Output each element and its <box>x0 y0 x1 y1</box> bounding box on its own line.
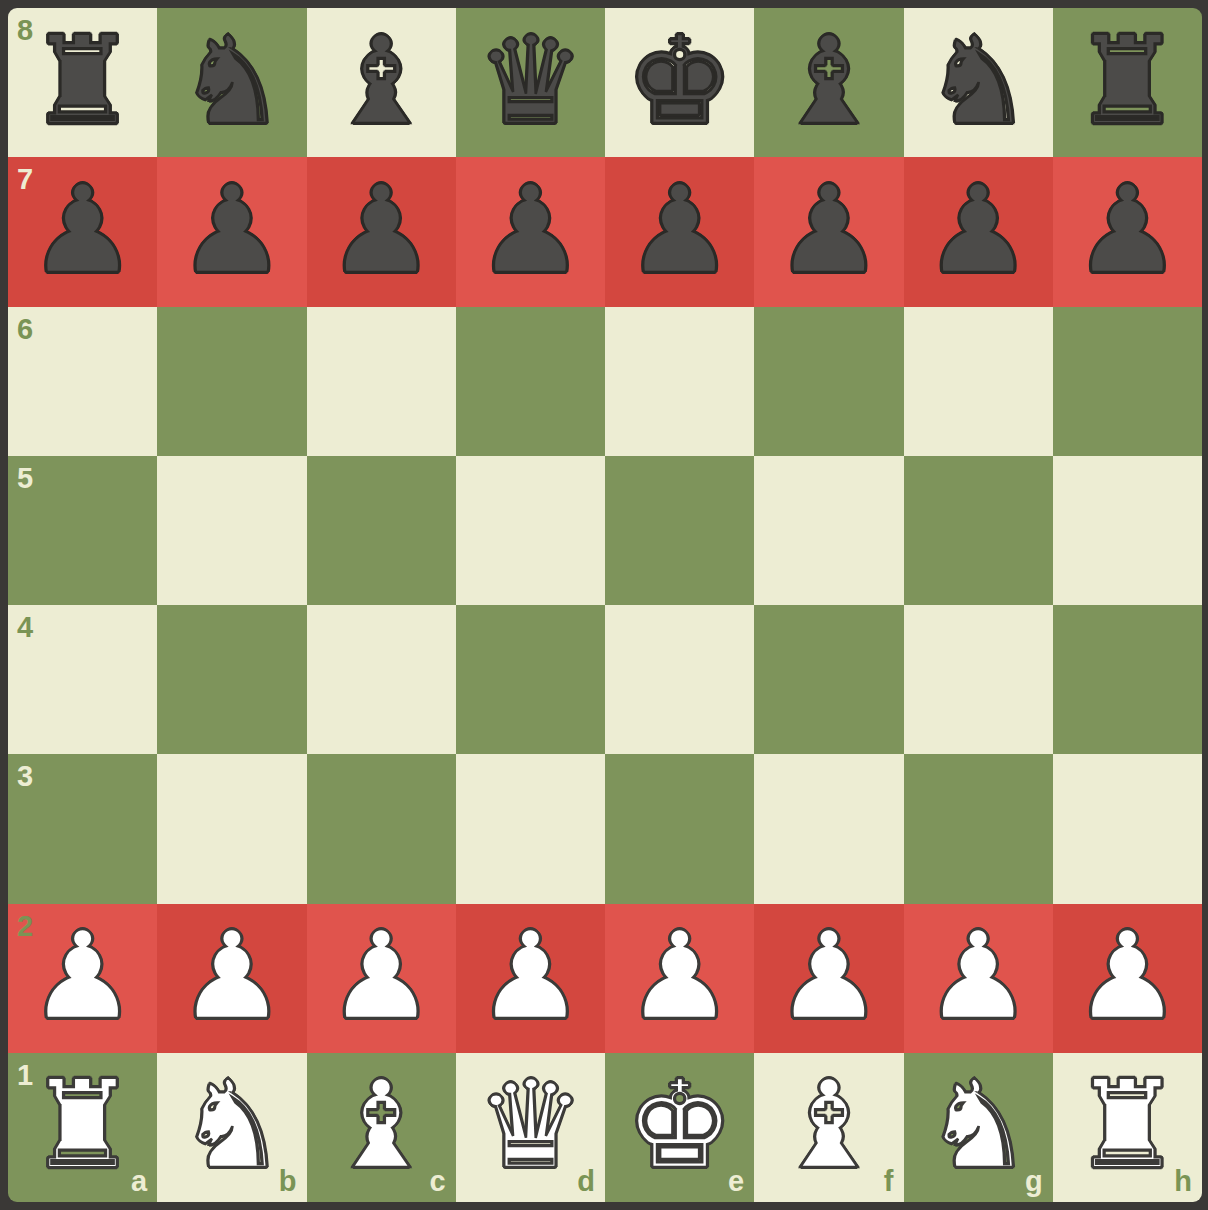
square-b2[interactable]: ♟ <box>157 904 306 1053</box>
piece-black-bishop[interactable]: ♝ <box>774 20 883 142</box>
piece-black-bishop[interactable]: ♝ <box>326 20 435 142</box>
piece-white-pawn[interactable]: ♟ <box>177 915 286 1037</box>
piece-white-queen[interactable]: ♛ <box>476 1064 585 1186</box>
square-c3[interactable] <box>307 754 456 903</box>
square-h1[interactable]: h♜ <box>1053 1053 1202 1202</box>
piece-black-knight[interactable]: ♞ <box>177 20 286 142</box>
square-a7[interactable]: 7♟ <box>8 157 157 306</box>
piece-white-rook[interactable]: ♜ <box>28 1064 137 1186</box>
square-g1[interactable]: g♞ <box>904 1053 1053 1202</box>
square-f7[interactable]: ♟ <box>754 157 903 306</box>
square-a2[interactable]: 2♟ <box>8 904 157 1053</box>
square-d2[interactable]: ♟ <box>456 904 605 1053</box>
rank-label-4: 4 <box>17 613 33 642</box>
piece-white-king[interactable]: ♚ <box>625 1064 734 1186</box>
square-e8[interactable]: ♚ <box>605 8 754 157</box>
square-h2[interactable]: ♟ <box>1053 904 1202 1053</box>
piece-white-pawn[interactable]: ♟ <box>774 915 883 1037</box>
square-d6[interactable] <box>456 307 605 456</box>
piece-white-pawn[interactable]: ♟ <box>625 915 734 1037</box>
square-f8[interactable]: ♝ <box>754 8 903 157</box>
square-a1[interactable]: 1a♜ <box>8 1053 157 1202</box>
rank-label-5: 5 <box>17 464 33 493</box>
square-c7[interactable]: ♟ <box>307 157 456 306</box>
piece-black-pawn[interactable]: ♟ <box>1073 169 1182 291</box>
square-g7[interactable]: ♟ <box>904 157 1053 306</box>
square-e2[interactable]: ♟ <box>605 904 754 1053</box>
piece-white-pawn[interactable]: ♟ <box>476 915 585 1037</box>
square-c5[interactable] <box>307 456 456 605</box>
square-f2[interactable]: ♟ <box>754 904 903 1053</box>
rank-label-6: 6 <box>17 315 33 344</box>
piece-white-pawn[interactable]: ♟ <box>923 915 1032 1037</box>
piece-black-pawn[interactable]: ♟ <box>326 169 435 291</box>
piece-black-pawn[interactable]: ♟ <box>625 169 734 291</box>
square-g4[interactable] <box>904 605 1053 754</box>
square-e5[interactable] <box>605 456 754 605</box>
piece-white-rook[interactable]: ♜ <box>1073 1064 1182 1186</box>
square-d4[interactable] <box>456 605 605 754</box>
square-e6[interactable] <box>605 307 754 456</box>
square-c2[interactable]: ♟ <box>307 904 456 1053</box>
square-g5[interactable] <box>904 456 1053 605</box>
square-d1[interactable]: d♛ <box>456 1053 605 1202</box>
square-f3[interactable] <box>754 754 903 903</box>
square-h5[interactable] <box>1053 456 1202 605</box>
square-c8[interactable]: ♝ <box>307 8 456 157</box>
square-b3[interactable] <box>157 754 306 903</box>
piece-white-bishop[interactable]: ♝ <box>326 1064 435 1186</box>
square-h3[interactable] <box>1053 754 1202 903</box>
square-h8[interactable]: ♜ <box>1053 8 1202 157</box>
piece-white-knight[interactable]: ♞ <box>923 1064 1032 1186</box>
piece-black-rook[interactable]: ♜ <box>28 20 137 142</box>
piece-white-pawn[interactable]: ♟ <box>28 915 137 1037</box>
square-e1[interactable]: e♚ <box>605 1053 754 1202</box>
square-b1[interactable]: b♞ <box>157 1053 306 1202</box>
board-frame: 8♜♞♝♛♚♝♞♜7♟♟♟♟♟♟♟♟65432♟♟♟♟♟♟♟♟1a♜b♞c♝d♛… <box>0 0 1208 1210</box>
file-label-f: f <box>884 1167 894 1196</box>
square-g8[interactable]: ♞ <box>904 8 1053 157</box>
square-f6[interactable] <box>754 307 903 456</box>
square-h4[interactable] <box>1053 605 1202 754</box>
square-c6[interactable] <box>307 307 456 456</box>
square-b4[interactable] <box>157 605 306 754</box>
square-g2[interactable]: ♟ <box>904 904 1053 1053</box>
piece-white-pawn[interactable]: ♟ <box>326 915 435 1037</box>
square-e7[interactable]: ♟ <box>605 157 754 306</box>
square-a3[interactable]: 3 <box>8 754 157 903</box>
piece-black-pawn[interactable]: ♟ <box>28 169 137 291</box>
piece-white-pawn[interactable]: ♟ <box>1073 915 1182 1037</box>
square-f5[interactable] <box>754 456 903 605</box>
rank-label-3: 3 <box>17 762 33 791</box>
square-a8[interactable]: 8♜ <box>8 8 157 157</box>
piece-black-pawn[interactable]: ♟ <box>923 169 1032 291</box>
square-b6[interactable] <box>157 307 306 456</box>
piece-black-pawn[interactable]: ♟ <box>476 169 585 291</box>
piece-black-knight[interactable]: ♞ <box>923 20 1032 142</box>
square-b8[interactable]: ♞ <box>157 8 306 157</box>
piece-black-rook[interactable]: ♜ <box>1073 20 1182 142</box>
square-a4[interactable]: 4 <box>8 605 157 754</box>
square-a6[interactable]: 6 <box>8 307 157 456</box>
piece-black-pawn[interactable]: ♟ <box>774 169 883 291</box>
piece-white-knight[interactable]: ♞ <box>177 1064 286 1186</box>
square-h6[interactable] <box>1053 307 1202 456</box>
square-e3[interactable] <box>605 754 754 903</box>
piece-black-pawn[interactable]: ♟ <box>177 169 286 291</box>
piece-black-king[interactable]: ♚ <box>625 20 734 142</box>
square-c1[interactable]: c♝ <box>307 1053 456 1202</box>
square-g3[interactable] <box>904 754 1053 903</box>
square-a5[interactable]: 5 <box>8 456 157 605</box>
square-c4[interactable] <box>307 605 456 754</box>
square-d3[interactable] <box>456 754 605 903</box>
piece-white-bishop[interactable]: ♝ <box>774 1064 883 1186</box>
square-b5[interactable] <box>157 456 306 605</box>
square-d7[interactable]: ♟ <box>456 157 605 306</box>
chess-board: 8♜♞♝♛♚♝♞♜7♟♟♟♟♟♟♟♟65432♟♟♟♟♟♟♟♟1a♜b♞c♝d♛… <box>8 8 1202 1202</box>
square-b7[interactable]: ♟ <box>157 157 306 306</box>
square-f4[interactable] <box>754 605 903 754</box>
square-h7[interactable]: ♟ <box>1053 157 1202 306</box>
piece-black-queen[interactable]: ♛ <box>476 20 585 142</box>
square-d5[interactable] <box>456 456 605 605</box>
square-f1[interactable]: f♝ <box>754 1053 903 1202</box>
square-e4[interactable] <box>605 605 754 754</box>
square-d8[interactable]: ♛ <box>456 8 605 157</box>
square-g6[interactable] <box>904 307 1053 456</box>
